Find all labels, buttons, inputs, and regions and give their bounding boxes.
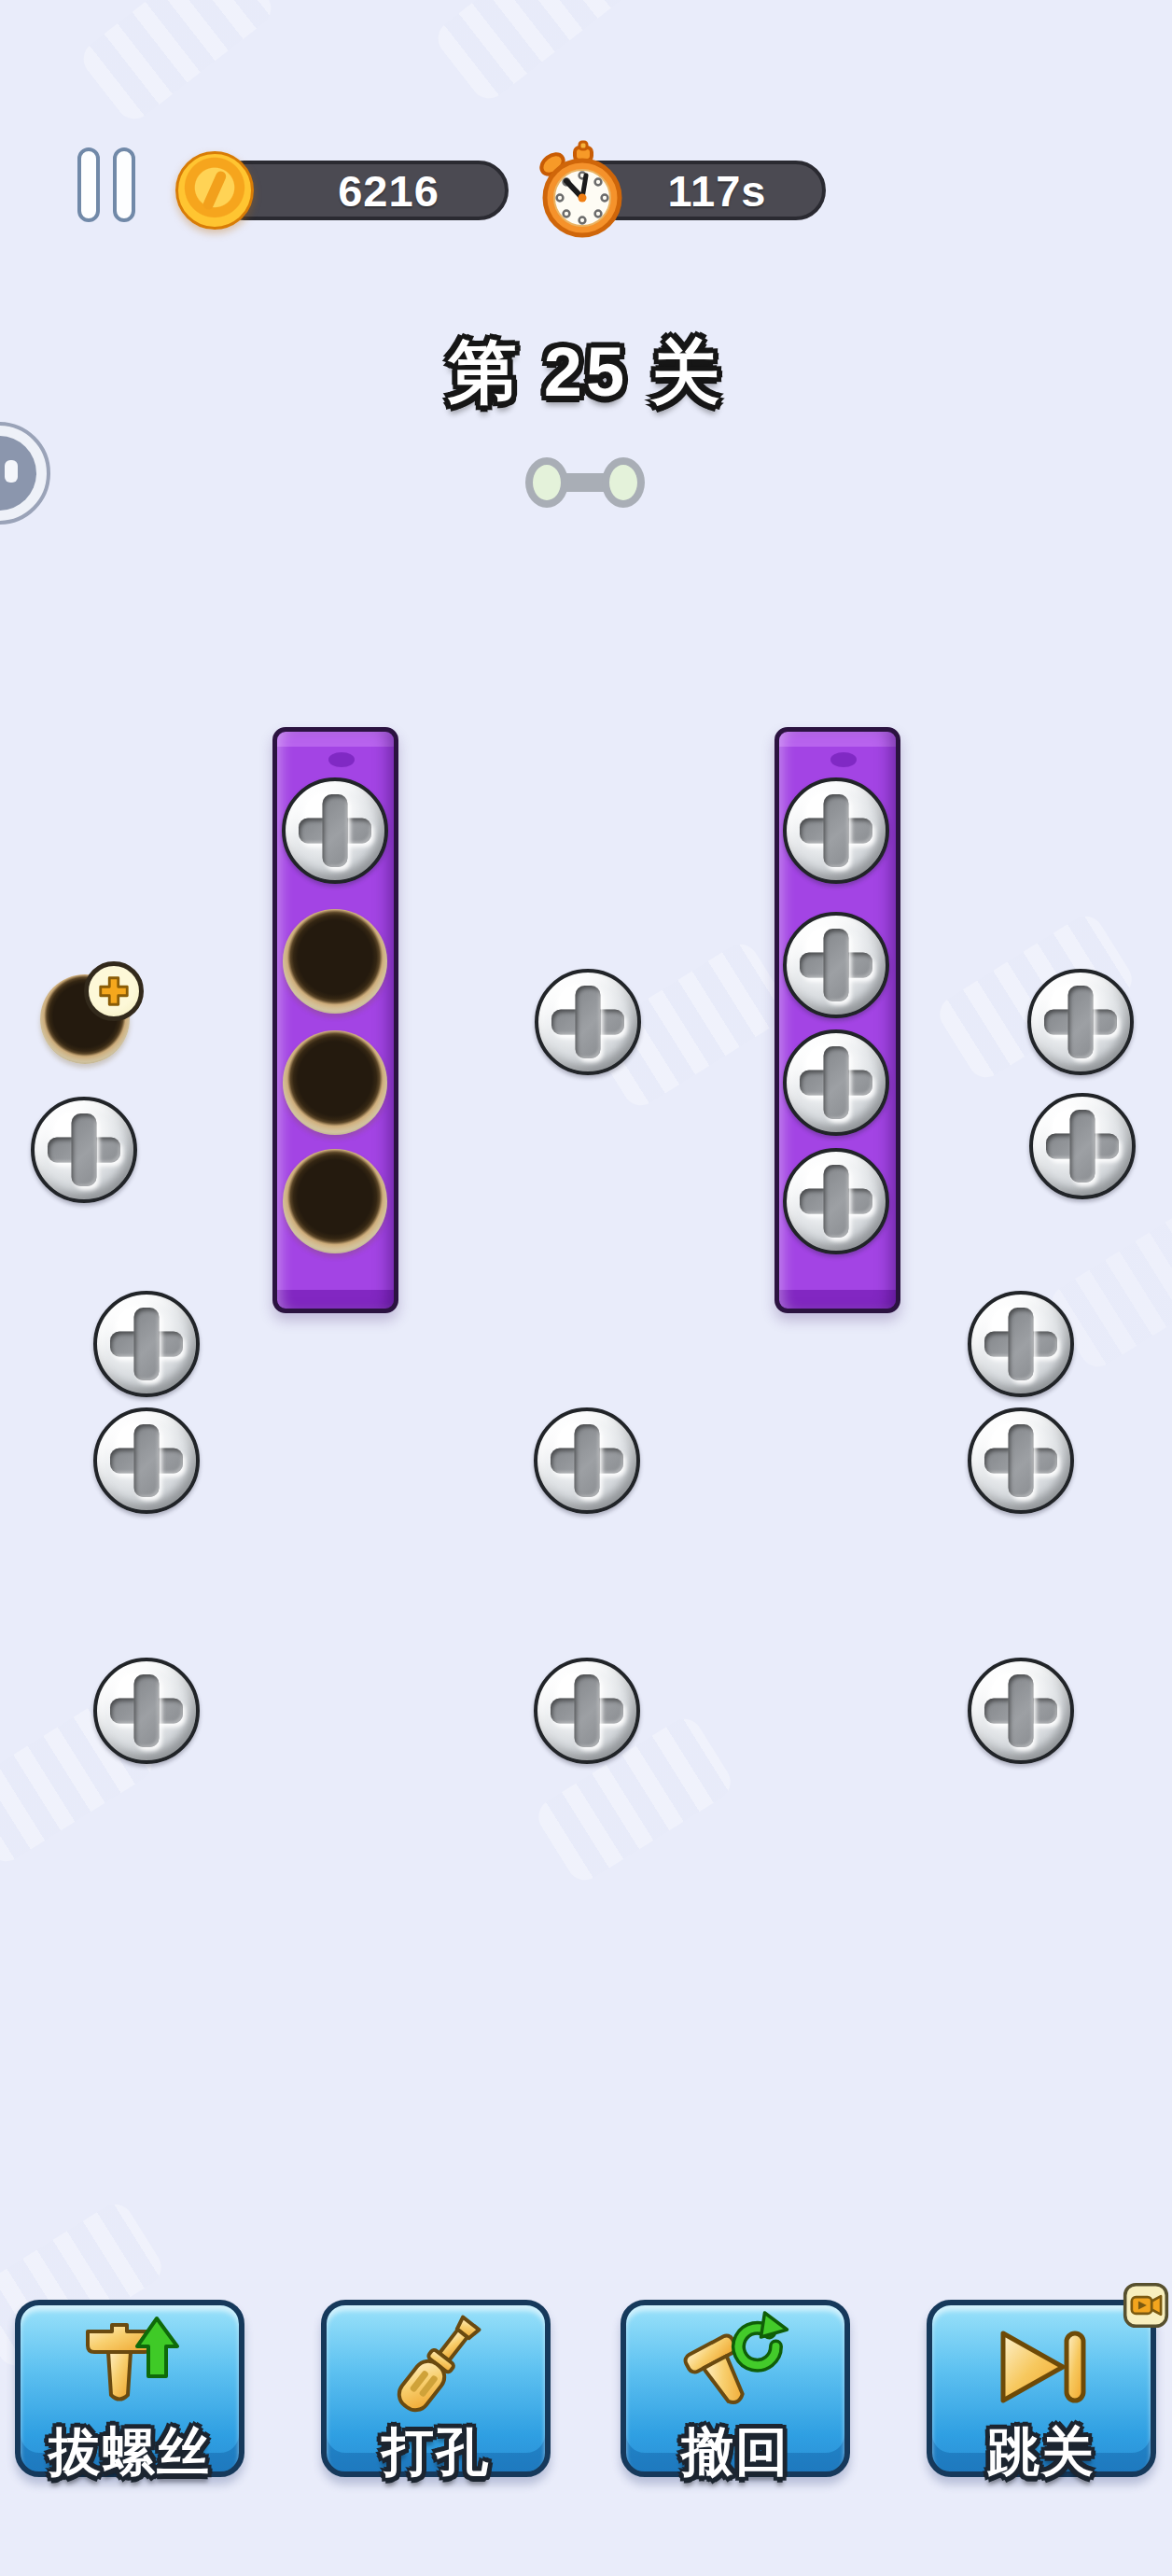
tool-label: 跳关: [932, 2417, 1151, 2488]
screw[interactable]: [1029, 1093, 1136, 1199]
screw[interactable]: [31, 1097, 137, 1203]
screw[interactable]: [1027, 969, 1134, 1075]
screw[interactable]: [282, 777, 388, 884]
plate-hole: [283, 1149, 387, 1253]
game-screen: 6216 117s 第 25 关: [0, 0, 1172, 2576]
watermark-screw-icon: [431, 0, 634, 105]
screw[interactable]: [783, 912, 889, 1018]
watermark-screw-icon: [77, 0, 279, 126]
timer-count: 117s: [668, 165, 767, 217]
coin-counter: 6216: [215, 161, 509, 220]
tool-button-undo[interactable]: 撤回: [621, 2300, 850, 2477]
level-title: 第 25 关: [0, 327, 1172, 420]
add-hole-badge[interactable]: [84, 961, 144, 1021]
screw[interactable]: [783, 1148, 889, 1254]
pause-button[interactable]: [77, 147, 139, 226]
screw[interactable]: [93, 1291, 200, 1397]
progress-connector: [563, 473, 607, 492]
screw[interactable]: [93, 1658, 200, 1764]
coin-icon: [175, 151, 254, 230]
skip-forward-icon: [981, 2309, 1102, 2426]
plug-button[interactable]: [0, 422, 50, 525]
screw[interactable]: [534, 1658, 640, 1764]
screw[interactable]: [968, 1407, 1074, 1514]
alarm-clock-icon: [534, 140, 631, 245]
screw[interactable]: [968, 1658, 1074, 1764]
tool-label: 打孔: [327, 2417, 545, 2488]
tool-label: 拔螺丝: [21, 2417, 239, 2488]
screw[interactable]: [968, 1291, 1074, 1397]
plate-hole: [283, 909, 387, 1014]
screw[interactable]: [534, 1407, 640, 1514]
screw[interactable]: [783, 777, 889, 884]
video-camera-icon: [1132, 2296, 1161, 2315]
screw[interactable]: [783, 1029, 889, 1136]
progress-node: [602, 457, 645, 508]
progress-node: [525, 457, 568, 508]
power-plug-icon: [0, 436, 36, 511]
plus-icon: [96, 973, 132, 1009]
plate-hole: [283, 1030, 387, 1135]
screw[interactable]: [93, 1407, 200, 1514]
screw-up-arrow-icon: [60, 2309, 200, 2426]
tool-button-drill-hole[interactable]: 打孔: [321, 2300, 551, 2477]
video-badge[interactable]: [1123, 2282, 1169, 2329]
screw[interactable]: [535, 969, 641, 1075]
timer: 117s: [560, 161, 826, 220]
coin-count: 6216: [338, 165, 439, 217]
tool-label: 撤回: [626, 2417, 844, 2488]
screwdriver-icon: [370, 2309, 501, 2426]
pause-icon: [113, 147, 135, 222]
undo-screw-icon: [668, 2309, 803, 2426]
progress-link-icon: [522, 455, 649, 510]
pause-icon: [77, 147, 100, 222]
plug-slot: [5, 460, 18, 483]
tool-button-pull-screw[interactable]: 拔螺丝: [15, 2300, 244, 2477]
